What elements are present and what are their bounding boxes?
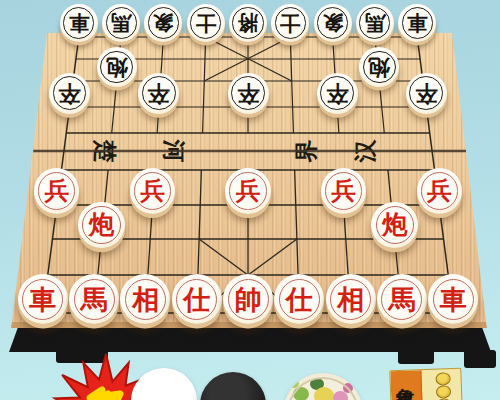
piece-red-車[interactable]: 車 bbox=[18, 274, 68, 324]
piece-character: 將 bbox=[229, 4, 267, 42]
piece-black-士[interactable]: 士 bbox=[271, 4, 309, 42]
box-orange-label: 象棋 bbox=[390, 370, 422, 400]
piece-black-卒[interactable]: 卒 bbox=[138, 73, 179, 114]
piece-black-車[interactable]: 車 bbox=[398, 4, 436, 42]
piece-black-卒[interactable]: 卒 bbox=[228, 73, 269, 114]
piece-black-士[interactable]: 士 bbox=[187, 4, 225, 42]
piece-character: 士 bbox=[271, 4, 309, 42]
piece-red-相[interactable]: 相 bbox=[326, 274, 376, 324]
piece-red-車[interactable]: 車 bbox=[428, 274, 478, 324]
piece-character: 馬 bbox=[377, 274, 427, 324]
piece-character: 馬 bbox=[69, 274, 119, 324]
piece-black-象[interactable]: 象 bbox=[144, 4, 182, 42]
piece-character: 車 bbox=[60, 4, 98, 42]
piece-character: 炮 bbox=[97, 47, 137, 87]
piece-character: 兵 bbox=[225, 168, 270, 213]
piece-character: 卒 bbox=[317, 73, 358, 114]
piece-character: 士 bbox=[187, 4, 225, 42]
piece-black-馬[interactable]: 馬 bbox=[356, 4, 394, 42]
piece-black-象[interactable]: 象 bbox=[314, 4, 352, 42]
piece-character: 兵 bbox=[130, 168, 175, 213]
piece-red-兵[interactable]: 兵 bbox=[321, 168, 366, 213]
piece-black-炮[interactable]: 炮 bbox=[97, 47, 137, 87]
piece-character: 卒 bbox=[138, 73, 179, 114]
piece-character: 兵 bbox=[34, 168, 79, 213]
piece-red-炮[interactable]: 炮 bbox=[78, 202, 125, 249]
piece-character: 兵 bbox=[417, 168, 462, 213]
piece-character: 車 bbox=[428, 274, 478, 324]
piece-character: 卒 bbox=[49, 73, 90, 114]
box-pieces-picture bbox=[421, 369, 461, 400]
piece-black-卒[interactable]: 卒 bbox=[406, 73, 447, 114]
piece-red-兵[interactable]: 兵 bbox=[34, 168, 79, 213]
piece-red-仕[interactable]: 仕 bbox=[172, 274, 222, 324]
piece-black-炮[interactable]: 炮 bbox=[359, 47, 399, 87]
xiangqi-retail-box: 象棋 bbox=[389, 368, 462, 400]
piece-red-帥[interactable]: 帥 bbox=[223, 274, 273, 324]
piece-character: 兵 bbox=[321, 168, 366, 213]
piece-black-卒[interactable]: 卒 bbox=[317, 73, 358, 114]
piece-character: 象 bbox=[314, 4, 352, 42]
piece-red-仕[interactable]: 仕 bbox=[274, 274, 324, 324]
piece-black-卒[interactable]: 卒 bbox=[49, 73, 90, 114]
piece-character: 仕 bbox=[172, 274, 222, 324]
piece-black-將[interactable]: 將 bbox=[229, 4, 267, 42]
piece-character: 車 bbox=[398, 4, 436, 42]
piece-character: 相 bbox=[326, 274, 376, 324]
box-title: 象棋 bbox=[392, 372, 418, 377]
piece-character: 馬 bbox=[356, 4, 394, 42]
piece-character: 帥 bbox=[223, 274, 273, 324]
coin-icon bbox=[436, 385, 451, 399]
piece-red-兵[interactable]: 兵 bbox=[417, 168, 462, 213]
piece-red-炮[interactable]: 炮 bbox=[371, 202, 418, 249]
piece-black-車[interactable]: 車 bbox=[60, 4, 98, 42]
piece-character: 象 bbox=[144, 4, 182, 42]
piece-character: 車 bbox=[18, 274, 68, 324]
piece-black-馬[interactable]: 馬 bbox=[102, 4, 140, 42]
piece-character: 炮 bbox=[359, 47, 399, 87]
piece-red-相[interactable]: 相 bbox=[120, 274, 170, 324]
product-photo-scene: 楚河界汉 車馬象士將士象馬車炮炮卒卒卒卒卒兵兵兵兵兵炮炮車馬相仕帥仕相馬車 象棋 bbox=[0, 0, 500, 400]
piece-character: 炮 bbox=[78, 202, 125, 249]
piece-character: 卒 bbox=[228, 73, 269, 114]
piece-character: 卒 bbox=[406, 73, 447, 114]
piece-character: 馬 bbox=[102, 4, 140, 42]
piece-character: 相 bbox=[120, 274, 170, 324]
piece-character: 仕 bbox=[274, 274, 324, 324]
coin-icon bbox=[435, 372, 450, 386]
piece-character: 炮 bbox=[371, 202, 418, 249]
piece-red-馬[interactable]: 馬 bbox=[377, 274, 427, 324]
piece-red-兵[interactable]: 兵 bbox=[130, 168, 175, 213]
piece-red-馬[interactable]: 馬 bbox=[69, 274, 119, 324]
piece-red-兵[interactable]: 兵 bbox=[225, 168, 270, 213]
